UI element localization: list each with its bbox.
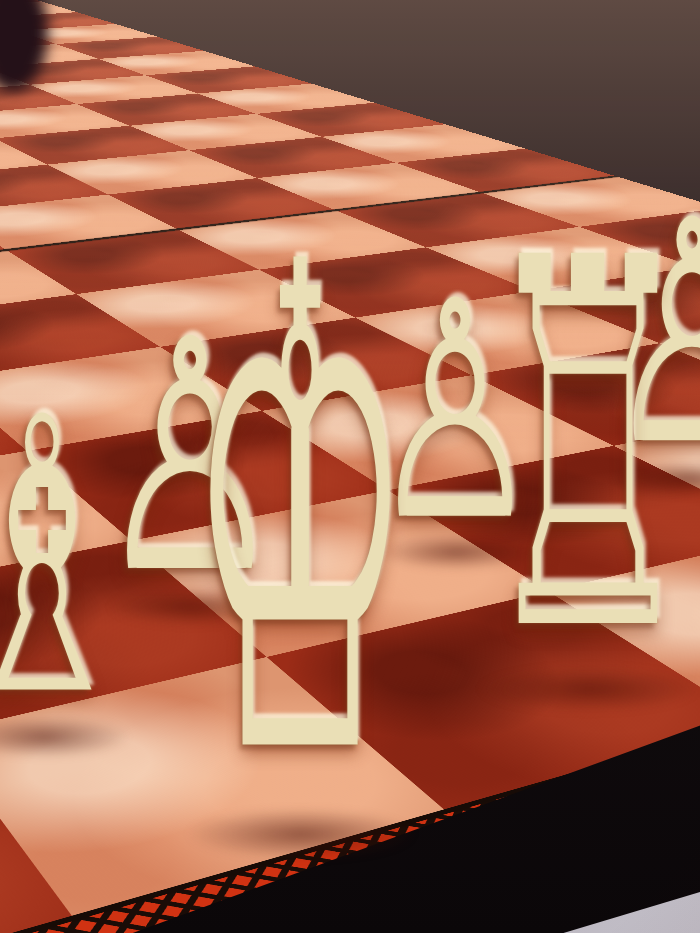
white-rook-f2-piece[interactable]: ♖: [478, 195, 699, 702]
pieces-layer: ♙ ♙ ♙ ♖ ♗ ♔: [0, 0, 700, 933]
white-bishop-c1-piece[interactable]: ♗: [0, 369, 137, 748]
photo-stage: ♙ ♙ ♙ ♖ ♗ ♔: [0, 0, 700, 933]
white-king-d1-piece[interactable]: ♔: [185, 180, 415, 848]
